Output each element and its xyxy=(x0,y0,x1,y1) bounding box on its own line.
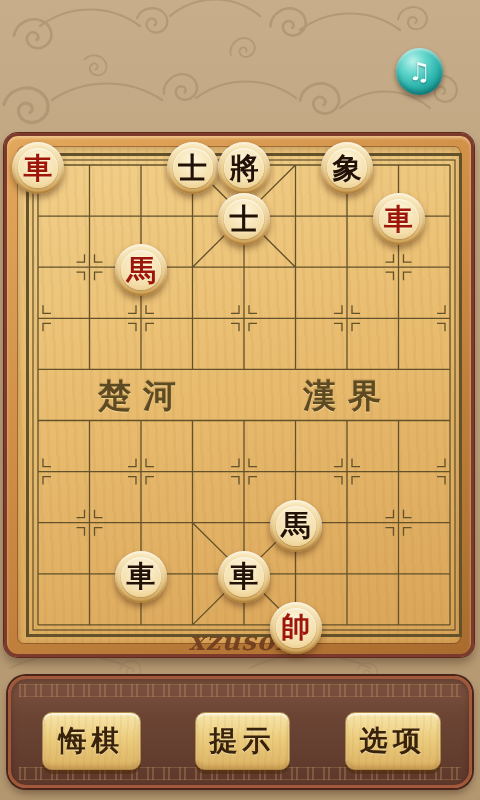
xiangqi-piece-red-5-9[interactable]: 帥 xyxy=(270,602,322,654)
xiangqi-piece-black-2-8[interactable]: 車 xyxy=(115,551,167,603)
piece-glyph: 士 xyxy=(178,154,207,183)
piece-glyph: 將 xyxy=(230,154,259,183)
piece-glyph: 車 xyxy=(127,562,156,591)
music-toggle-button[interactable]: ♫ xyxy=(396,48,443,95)
xiangqi-piece-black-4-0[interactable]: 將 xyxy=(218,142,270,194)
xiangqi-board[interactable]: 楚河 漢界 xzuson 車士將象士車馬馬車車帥 xyxy=(4,133,474,657)
xiangqi-piece-black-5-7[interactable]: 馬 xyxy=(270,500,322,552)
piece-glyph: 車 xyxy=(384,205,413,234)
meander-ornament-top xyxy=(19,684,461,697)
piece-glyph: 士 xyxy=(230,205,259,234)
xiangqi-piece-black-4-8[interactable]: 車 xyxy=(218,551,270,603)
music-note-icon: ♫ xyxy=(408,59,430,84)
game-screen: ♫ 楚河 漢界 xzuson 車士將象士車馬馬車車帥 悔棋 提示 选项 xyxy=(0,0,480,800)
hint-button[interactable]: 提示 xyxy=(195,712,290,770)
xiangqi-piece-red-2-2[interactable]: 馬 xyxy=(115,244,167,296)
xiangqi-piece-black-6-0[interactable]: 象 xyxy=(321,142,373,194)
xiangqi-piece-black-4-1[interactable]: 士 xyxy=(218,193,270,245)
bottom-toolbar: 悔棋 提示 选项 xyxy=(8,676,472,788)
options-button[interactable]: 选项 xyxy=(345,712,441,770)
watermark: xzuson xyxy=(7,626,477,656)
xiangqi-piece-red-7-1[interactable]: 車 xyxy=(373,193,425,245)
piece-glyph: 帥 xyxy=(281,613,310,642)
piece-glyph: 馬 xyxy=(281,511,310,540)
xiangqi-piece-black-3-0[interactable]: 士 xyxy=(167,142,219,194)
piece-glyph: 馬 xyxy=(127,256,156,285)
river-label-chuhe: 楚河 xyxy=(43,374,243,419)
xiangqi-piece-red-0-0[interactable]: 車 xyxy=(12,142,64,194)
undo-button[interactable]: 悔棋 xyxy=(42,712,141,770)
piece-glyph: 象 xyxy=(333,154,362,183)
piece-glyph: 車 xyxy=(24,154,53,183)
piece-glyph: 車 xyxy=(230,562,259,591)
river-label-hanjie: 漢界 xyxy=(248,374,448,419)
